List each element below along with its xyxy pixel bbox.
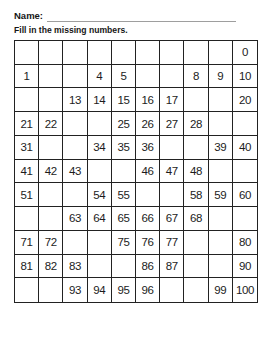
grid-cell-r4-c6: 26	[136, 112, 160, 136]
grid-cell-r1-c5[interactable]	[112, 41, 136, 65]
grid-cell-r4-c7: 27	[160, 112, 184, 136]
grid-cell-r2-c3[interactable]	[63, 65, 87, 89]
grid-cell-r11-c4: 94	[88, 278, 112, 302]
grid-cell-r2-c1: 1	[15, 65, 39, 89]
grid-cell-r9-c7: 77	[160, 231, 184, 255]
grid-cell-r7-c2[interactable]	[39, 183, 63, 207]
grid-cell-r10-c4[interactable]	[88, 255, 112, 279]
grid-cell-r7-c10: 60	[233, 183, 257, 207]
grid-cell-r5-c4: 34	[88, 136, 112, 160]
grid-cell-r10-c1: 81	[15, 255, 39, 279]
grid-cell-r5-c7[interactable]	[160, 136, 184, 160]
grid-cell-r9-c8[interactable]	[184, 231, 208, 255]
name-write-line[interactable]	[47, 10, 236, 22]
grid-cell-r11-c10: 100	[233, 278, 257, 302]
grid-cell-r11-c7[interactable]	[160, 278, 184, 302]
grid-cell-r1-c1[interactable]	[15, 41, 39, 65]
grid-cell-r2-c9: 9	[209, 65, 233, 89]
grid-cell-r8-c9[interactable]	[209, 207, 233, 231]
grid-cell-r3-c1[interactable]	[15, 88, 39, 112]
grid-cell-r2-c4: 4	[88, 65, 112, 89]
grid-cell-r2-c5: 5	[112, 65, 136, 89]
grid-cell-r4-c9[interactable]	[209, 112, 233, 136]
grid-cell-r2-c7[interactable]	[160, 65, 184, 89]
grid-cell-r3-c9[interactable]	[209, 88, 233, 112]
grid-cell-r6-c8: 48	[184, 160, 208, 184]
grid-cell-r6-c10[interactable]	[233, 160, 257, 184]
name-row: Name:	[14, 10, 236, 22]
worksheet-page: Name: Fill in the missing numbers. 01458…	[0, 0, 270, 350]
grid-cell-r7-c4: 54	[88, 183, 112, 207]
grid-cell-r3-c3: 13	[63, 88, 87, 112]
grid-cell-r6-c7: 47	[160, 160, 184, 184]
grid-cell-r1-c7[interactable]	[160, 41, 184, 65]
grid-cell-r6-c6: 46	[136, 160, 160, 184]
grid-cell-r4-c2: 22	[39, 112, 63, 136]
grid-cell-r10-c6: 86	[136, 255, 160, 279]
grid-cell-r11-c9: 99	[209, 278, 233, 302]
grid-cell-r1-c6[interactable]	[136, 41, 160, 65]
grid-cell-r7-c8: 58	[184, 183, 208, 207]
grid-cell-r5-c5: 35	[112, 136, 136, 160]
hundred-chart-grid: 0145891013141516172021222526272831343536…	[14, 40, 258, 303]
grid-cell-r7-c7[interactable]	[160, 183, 184, 207]
grid-cell-r8-c2[interactable]	[39, 207, 63, 231]
grid-cell-r4-c8: 28	[184, 112, 208, 136]
grid-cell-r9-c10: 80	[233, 231, 257, 255]
grid-cell-r9-c6: 76	[136, 231, 160, 255]
grid-cell-r1-c4[interactable]	[88, 41, 112, 65]
grid-cell-r11-c8[interactable]	[184, 278, 208, 302]
grid-cell-r2-c6[interactable]	[136, 65, 160, 89]
grid-cell-r5-c2[interactable]	[39, 136, 63, 160]
grid-cell-r11-c6: 96	[136, 278, 160, 302]
grid-cell-r2-c2[interactable]	[39, 65, 63, 89]
grid-cell-r4-c1: 21	[15, 112, 39, 136]
grid-cell-r9-c9[interactable]	[209, 231, 233, 255]
grid-cell-r8-c10[interactable]	[233, 207, 257, 231]
grid-cell-r8-c1[interactable]	[15, 207, 39, 231]
grid-cell-r7-c1: 51	[15, 183, 39, 207]
grid-cell-r1-c3[interactable]	[63, 41, 87, 65]
grid-cell-r9-c3[interactable]	[63, 231, 87, 255]
grid-cell-r11-c1[interactable]	[15, 278, 39, 302]
grid-cell-r10-c9[interactable]	[209, 255, 233, 279]
grid-cell-r6-c3: 43	[63, 160, 87, 184]
grid-cell-r5-c8[interactable]	[184, 136, 208, 160]
grid-cell-r10-c5[interactable]	[112, 255, 136, 279]
grid-cell-r4-c10[interactable]	[233, 112, 257, 136]
grid-cell-r6-c9[interactable]	[209, 160, 233, 184]
grid-cell-r3-c5: 15	[112, 88, 136, 112]
grid-cell-r10-c10: 90	[233, 255, 257, 279]
grid-cell-r9-c5: 75	[112, 231, 136, 255]
grid-cell-r5-c10: 40	[233, 136, 257, 160]
grid-cell-r8-c8: 68	[184, 207, 208, 231]
grid-cell-r1-c10: 0	[233, 41, 257, 65]
grid-cell-r3-c10: 20	[233, 88, 257, 112]
grid-cell-r4-c5: 25	[112, 112, 136, 136]
grid-cell-r9-c1: 71	[15, 231, 39, 255]
grid-cell-r11-c5: 95	[112, 278, 136, 302]
grid-cell-r11-c2[interactable]	[39, 278, 63, 302]
grid-cell-r11-c3: 93	[63, 278, 87, 302]
grid-cell-r5-c3[interactable]	[63, 136, 87, 160]
grid-cell-r2-c10: 10	[233, 65, 257, 89]
grid-cell-r9-c2: 72	[39, 231, 63, 255]
grid-cell-r3-c6: 16	[136, 88, 160, 112]
grid-cell-r8-c4: 64	[88, 207, 112, 231]
grid-cell-r2-c8: 8	[184, 65, 208, 89]
grid-cell-r10-c3: 83	[63, 255, 87, 279]
grid-cell-r4-c4[interactable]	[88, 112, 112, 136]
grid-cell-r5-c1: 31	[15, 136, 39, 160]
grid-cell-r7-c9: 59	[209, 183, 233, 207]
grid-cell-r8-c3: 63	[63, 207, 87, 231]
grid-cell-r6-c1: 41	[15, 160, 39, 184]
grid-cell-r3-c7: 17	[160, 88, 184, 112]
grid-cell-r10-c8[interactable]	[184, 255, 208, 279]
grid-cell-r5-c9: 39	[209, 136, 233, 160]
grid-cell-r8-c5: 65	[112, 207, 136, 231]
name-label: Name:	[14, 10, 43, 22]
grid-cell-r6-c2: 42	[39, 160, 63, 184]
grid-cell-r4-c3[interactable]	[63, 112, 87, 136]
grid-cell-r7-c5: 55	[112, 183, 136, 207]
grid-cell-r8-c6: 66	[136, 207, 160, 231]
grid-cell-r7-c3[interactable]	[63, 183, 87, 207]
grid-cell-r3-c2[interactable]	[39, 88, 63, 112]
grid-cell-r10-c7: 87	[160, 255, 184, 279]
grid-cell-r9-c4[interactable]	[88, 231, 112, 255]
grid-cell-r6-c4[interactable]	[88, 160, 112, 184]
grid-cell-r8-c7: 67	[160, 207, 184, 231]
grid-cell-r5-c6: 36	[136, 136, 160, 160]
grid-cell-r6-c5[interactable]	[112, 160, 136, 184]
grid-cell-r1-c8[interactable]	[184, 41, 208, 65]
grid-cell-r3-c4: 14	[88, 88, 112, 112]
grid-cell-r7-c6[interactable]	[136, 183, 160, 207]
instruction-text: Fill in the missing numbers.	[14, 25, 128, 35]
grid-cell-r1-c2[interactable]	[39, 41, 63, 65]
grid-cell-r10-c2: 82	[39, 255, 63, 279]
grid-cell-r3-c8[interactable]	[184, 88, 208, 112]
grid-cell-r1-c9[interactable]	[209, 41, 233, 65]
